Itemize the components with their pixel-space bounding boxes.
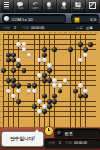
white-time-label: 시간 <box>22 26 29 30</box>
row-coordinate: 14 <box>0 100 2 102</box>
last-move-marker <box>13 69 15 71</box>
black-stats-panel: 사석 1 시간 00:00:02 <box>44 138 100 149</box>
black-player-name: 왕초 <box>65 131 73 136</box>
col-coordinate: 4 <box>18 31 19 33</box>
komi-panel: 6.5 <box>71 14 99 23</box>
white-stone <box>6 89 11 94</box>
white-stone <box>47 63 52 68</box>
black-stone <box>32 83 37 88</box>
row-coordinate: 2 <box>0 38 1 40</box>
toolbar: 메뉴 대화 ↶ 무르기 착수 힌트 대국정보 설정 <box>0 0 100 14</box>
players-icon <box>75 1 82 7</box>
black-stone <box>47 68 52 73</box>
undo-icon: ↶ <box>32 1 39 7</box>
go-board[interactable]: 1234567891011121314151617181912345678910… <box>0 31 100 127</box>
col-coordinate: 6 <box>28 31 29 33</box>
white-stone <box>37 73 42 78</box>
black-stone <box>22 68 27 73</box>
row-coordinate: 13 <box>0 95 2 97</box>
white-stone <box>37 109 42 114</box>
col-coordinate: 3 <box>13 31 14 33</box>
black-stone <box>6 53 11 58</box>
col-coordinate: 12 <box>59 31 61 33</box>
white-level-label: 수준 <box>76 26 83 30</box>
black-stone <box>11 78 16 83</box>
komi-value: 6.5 <box>90 17 96 22</box>
black-stone <box>47 104 52 109</box>
komi-icon <box>74 17 80 23</box>
black-stone <box>52 99 57 104</box>
col-coordinate: 1 <box>2 31 3 33</box>
toolbar-play-button[interactable]: 착수 <box>43 0 57 13</box>
col-coordinate: 19 <box>95 31 97 33</box>
black-stone <box>73 89 78 94</box>
black-stone <box>1 68 6 73</box>
toolbar-play-label: 착수 <box>47 7 52 10</box>
black-captures-label: 사석 <box>48 141 55 145</box>
chat-icon <box>17 1 24 7</box>
black-time-value: 00:00:02 <box>74 141 87 145</box>
col-coordinate: 9 <box>44 31 45 33</box>
atari-message: 단수입니다! <box>2 136 43 141</box>
black-stone <box>6 78 11 83</box>
col-coordinate: 13 <box>64 31 66 33</box>
menu-icon <box>3 1 10 7</box>
toolbar-gameinfo-label: 대국정보 <box>73 7 83 10</box>
app-screen: 메뉴 대화 ↶ 무르기 착수 힌트 대국정보 설정 COM <box>0 0 100 150</box>
black-captures-value: 1 <box>59 141 61 145</box>
row-coordinate: 9 <box>0 74 1 76</box>
toolbar-chat-label: 대화 <box>18 7 23 10</box>
black-stone <box>42 78 47 83</box>
row-coordinate: 4 <box>0 49 1 51</box>
row-coordinate: 12 <box>0 90 2 92</box>
white-stone <box>37 58 42 63</box>
row-coordinate: 15 <box>0 105 2 107</box>
toolbar-undo-button[interactable]: ↶ 무르기 <box>29 0 43 13</box>
black-stone <box>11 68 16 73</box>
black-stone <box>42 73 47 78</box>
bubble-tail <box>35 129 39 132</box>
row-coordinate: 18 <box>0 121 2 123</box>
col-coordinate: 5 <box>23 31 24 33</box>
black-stone <box>42 47 47 52</box>
stone-icon <box>46 1 53 7</box>
row-coordinate: 1 <box>0 33 1 35</box>
white-player-panel: COM Lv 10 <box>2 14 66 23</box>
col-coordinate: 17 <box>85 31 87 33</box>
timer-icon <box>44 126 54 136</box>
white-stone <box>37 99 42 104</box>
black-stone <box>42 109 47 114</box>
col-coordinate: 8 <box>38 31 39 33</box>
black-stone <box>47 99 52 104</box>
toolbar-settings-button[interactable]: 설정 <box>86 0 100 13</box>
toolbar-gameinfo-button[interactable]: 대국정보 <box>71 0 85 13</box>
toolbar-menu-button[interactable]: 메뉴 <box>0 0 14 13</box>
row-coordinate: 3 <box>0 43 1 45</box>
col-coordinate: 16 <box>80 31 82 33</box>
white-captures-label: 사석 <box>3 26 10 30</box>
white-stone-icon <box>4 16 9 21</box>
row-coordinate: 16 <box>0 110 2 112</box>
white-captures-value: 2 <box>14 26 16 30</box>
col-coordinate: 18 <box>90 31 92 33</box>
col-coordinate: 10 <box>49 31 51 33</box>
col-coordinate: 14 <box>69 31 71 33</box>
row-coordinate: 6 <box>0 59 1 61</box>
toolbar-chat-button[interactable]: 대화 <box>14 0 28 13</box>
toolbar-undo-label: 무르기 <box>31 7 39 10</box>
black-stone <box>68 47 73 52</box>
black-stone <box>42 53 47 58</box>
row-coordinate: 10 <box>0 79 2 81</box>
settings-icon <box>89 1 96 7</box>
row-coordinate: 11 <box>0 85 2 87</box>
black-stone <box>16 63 21 68</box>
col-coordinate: 11 <box>54 31 56 33</box>
toolbar-hint-label: 힌트 <box>61 7 66 10</box>
white-stone <box>32 89 37 94</box>
row-coordinate: 7 <box>0 64 1 66</box>
hint-icon <box>60 1 67 7</box>
bottom-bar: 단수입니다! 왕초 사석 1 시간 00:00:02 <box>0 127 100 150</box>
white-level-value: 보통 <box>86 26 93 30</box>
toolbar-hint-button[interactable]: 힌트 <box>57 0 71 13</box>
col-coordinate: 2 <box>7 31 8 33</box>
white-player-name: COM Lv 10 <box>12 17 33 22</box>
col-coordinate: 15 <box>74 31 76 33</box>
black-stone-icon <box>57 131 63 137</box>
col-coordinate: 7 <box>33 31 34 33</box>
black-stone <box>32 104 37 109</box>
row-coordinate: 17 <box>0 116 2 118</box>
black-time-label: 시간 <box>65 141 72 145</box>
black-stone <box>78 42 83 47</box>
toolbar-menu-label: 메뉴 <box>4 7 9 10</box>
white-time-value: 00:00:00 <box>31 26 44 30</box>
white-stone <box>42 104 47 109</box>
white-player-bar: COM Lv 10 6.5 <box>0 13 100 23</box>
atari-speech-bubble: 단수입니다! <box>1 131 44 147</box>
row-coordinate: 5 <box>0 54 1 56</box>
black-stone <box>16 99 21 104</box>
